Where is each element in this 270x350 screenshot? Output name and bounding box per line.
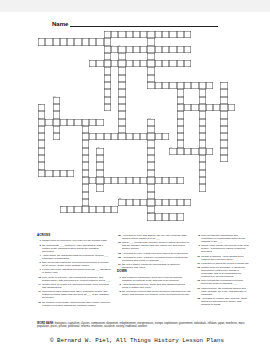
clue-item: 12another term for Socialism, in which t… [196,266,250,278]
grid-cell[interactable] [104,46,111,53]
grid-cell[interactable] [104,75,111,82]
grid-cell[interactable]: 22 [118,199,125,206]
grid-cell[interactable] [199,148,206,155]
grid-cell[interactable] [133,199,140,206]
cell-number: 20 [38,169,41,171]
cell-number: 7 [148,82,149,84]
clue-text: as time went on in this era, societies b… [42,283,111,289]
grid-cell[interactable] [82,192,89,199]
grid-cell[interactable] [104,97,111,104]
grid-cell[interactable]: 20 [38,170,45,177]
clue-text: entrepreneurs, the business owners and o… [201,287,250,296]
clue-item: 24the era in history known for rapid gro… [117,263,191,269]
grid-cell[interactable] [184,199,191,206]
clue-item: 18According to Laissez-faire ideology, t… [196,297,250,306]
grid-cell[interactable] [118,111,125,118]
grid-cell[interactable] [177,177,184,184]
grid-cell[interactable] [147,148,154,155]
cell-number: 21 [82,177,85,179]
clue-text: this in Europe significantly grew due to… [122,276,191,282]
worksheet-page: Name 12734568913101112142015241617211819… [0,0,270,350]
grid-cell[interactable] [140,60,147,67]
grid-cell[interactable] [53,119,60,126]
grid-cell[interactable] [162,60,169,67]
grid-cell[interactable] [38,126,45,133]
grid-cell[interactable] [111,206,118,213]
grid-cell[interactable] [74,119,81,126]
grid-cell[interactable] [199,89,206,96]
grid-cell[interactable] [199,184,206,191]
grid-cell[interactable] [199,162,206,169]
grid-cell[interactable] [74,206,81,213]
grid-cell[interactable] [147,192,154,199]
clue-item: 6time period advocating the government a… [37,261,111,267]
grid-cell[interactable] [191,104,198,111]
grid-cell[interactable] [169,213,176,220]
grid-cell[interactable] [140,46,147,53]
grid-cell[interactable] [67,38,74,45]
grid-cell[interactable] [184,148,191,155]
grid-cell[interactable] [191,148,198,155]
grid-cell[interactable] [67,170,74,177]
cell-number: 9 [199,82,200,84]
grid-cell[interactable] [104,82,111,89]
grid-cell[interactable] [184,60,191,67]
grid-cell[interactable] [155,199,162,206]
cell-number: 5 [119,45,120,47]
clue-text: as this Asian country developed in the 1… [201,244,250,253]
grid-cell[interactable] [147,133,154,140]
grid-cell[interactable] [96,184,103,191]
grid-cell[interactable] [118,67,125,74]
grid-cell[interactable] [169,177,176,184]
grid-cell[interactable] [104,206,111,213]
grid-cell[interactable] [118,97,125,104]
grid-cell[interactable] [118,119,125,126]
grid-cell[interactable] [162,177,169,184]
grid-cell[interactable]: 3 [38,38,45,45]
grid-cell[interactable] [82,38,89,45]
grid-cell[interactable] [53,38,60,45]
cell-number: 3 [38,38,39,40]
grid-cell[interactable] [206,82,213,89]
clue-item: 4Adam Smith, the Capitalist/classical ec… [37,254,111,260]
grid-cell[interactable] [96,162,103,169]
grid-cell[interactable] [220,119,227,126]
grid-cell[interactable] [177,60,184,67]
grid-cell[interactable] [126,199,133,206]
grid-cell[interactable] [96,38,103,45]
grid-cell[interactable]: 2 [147,31,154,38]
grid-cell[interactable] [147,140,154,147]
grid-cell[interactable] [199,155,206,162]
clue-header-across: ACROSS [37,234,111,238]
grid-cell[interactable] [133,60,140,67]
grid-cell[interactable] [220,104,227,111]
grid-cell[interactable] [82,140,89,147]
clue-item: 10Wealth of Nations, Adam Smith's book, … [196,255,250,261]
grid-cell[interactable] [147,199,154,206]
grid-cell[interactable] [140,199,147,206]
grid-cell[interactable] [89,177,96,184]
clue-text: time period advocating the government an… [42,261,111,267]
grid-cell[interactable] [199,170,206,177]
grid-cell[interactable] [155,213,162,220]
grid-cell[interactable] [162,31,169,38]
grid-cell[interactable] [177,126,184,133]
grid-cell[interactable] [89,206,96,213]
grid-cell[interactable] [67,119,74,126]
grid-cell[interactable] [220,126,227,133]
grid-cell[interactable] [111,31,118,38]
cell-number: 6 [89,60,90,62]
grid-cell[interactable] [199,119,206,126]
cell-number: 2 [148,31,149,33]
grid-cell[interactable]: 8 [177,82,184,89]
grid-cell[interactable] [147,155,154,162]
grid-cell[interactable] [111,60,118,67]
grid-cell[interactable] [177,199,184,206]
grid-cell[interactable] [118,177,125,184]
grid-cell[interactable] [118,75,125,82]
grid-cell[interactable] [53,126,60,133]
clue-text: Adam Smith would likely argue that this … [122,283,191,289]
grid-cell[interactable] [147,67,154,74]
grid-cell[interactable] [177,111,184,118]
page-top-margin [0,0,270,12]
grid-cell[interactable] [82,184,89,191]
clue-text: Wealth of Nations, Adam Smith's book, ou… [201,255,250,261]
grid-cell[interactable] [162,199,169,206]
clue-text: According to Marx, a worker revolution w… [122,256,191,262]
grid-cell[interactable] [89,119,96,126]
grid-cell[interactable] [38,133,45,140]
grid-cell[interactable]: 7 [147,82,154,89]
grid-cell[interactable] [126,177,133,184]
grid-cell[interactable] [104,177,111,184]
grid-cell[interactable] [133,31,140,38]
cell-number: 14 [38,118,41,120]
grid-cell[interactable] [45,38,52,45]
grid-cell[interactable] [133,46,140,53]
grid-cell[interactable] [155,60,162,67]
grid-cell[interactable] [147,53,154,60]
grid-cell[interactable] [147,46,154,53]
grid-cell[interactable] [82,199,89,206]
grid-cell[interactable] [184,82,191,89]
grid-cell[interactable] [155,46,162,53]
grid-cell[interactable]: 21 [82,177,89,184]
grid-cell[interactable]: 12 [38,104,45,111]
grid-cell[interactable] [177,89,184,96]
grid-cell[interactable] [177,46,184,53]
clue-column-1: ACROSS1another term developed by Karl Ma… [37,234,111,308]
grid-cell[interactable] [104,104,111,111]
clue-item: 17government laws limiting child labor, … [37,290,111,299]
word-bank: WORD BANK: bourgeois, capitalism, classe… [37,322,247,328]
grid-cell[interactable] [104,67,111,74]
clue-text: Social ___ followed the scientific ideas… [122,241,191,250]
clue-text: the founder of Socialism, which among ot… [42,301,111,307]
grid-cell[interactable] [147,170,154,177]
grid-cell[interactable] [38,140,45,147]
grid-cell[interactable] [133,177,140,184]
grid-cell[interactable] [118,126,125,133]
grid-cell[interactable] [111,177,118,184]
cell-number: 13 [177,104,180,106]
grid-cell[interactable] [213,104,220,111]
grid-cell[interactable] [53,104,60,111]
grid-cell[interactable] [169,31,176,38]
grid-cell[interactable] [118,104,125,111]
clue-item: 1this in Europe significantly grew due t… [117,276,191,282]
clue-text: According to Marx and Engels, the only w… [122,234,191,240]
grid-cell[interactable] [220,97,227,104]
clue-text: According to Marx, profits from work sho… [122,252,191,255]
grid-cell[interactable] [104,60,111,67]
grid-cell[interactable] [38,155,45,162]
grid-cell[interactable] [140,177,147,184]
clue-item: 8Marx felt that the innovations and expl… [196,234,250,243]
grid-cell[interactable] [140,31,147,38]
grid-cell[interactable] [147,184,154,191]
grid-cell[interactable]: 14 [38,119,45,126]
grid-cell[interactable] [67,206,74,213]
grid-cell[interactable] [82,206,89,213]
grid-cell[interactable] [199,111,206,118]
grid-cell[interactable]: 4 [111,46,118,53]
clue-item: 7a clear end of the Industrial Revolutio… [37,268,111,274]
cell-number: 18 [97,147,100,149]
grid-cell[interactable] [111,133,118,140]
grid-cell[interactable] [126,46,133,53]
grid-cell[interactable] [45,170,52,177]
grid-cell[interactable] [147,126,154,133]
cell-number: 23 [60,206,63,208]
grid-cell[interactable] [199,177,206,184]
grid-cell[interactable] [118,133,125,140]
clue-column-2: 20According to Marx and Engels, the only… [117,234,191,298]
clue-text: a situation in which the prices of goods… [201,262,250,265]
clue-item: 5the economic concept that prices should… [117,290,191,296]
grid-cell[interactable] [104,89,111,96]
grid-cell[interactable] [96,133,103,140]
grid-cell[interactable] [206,148,213,155]
grid-cell[interactable] [169,82,176,89]
clue-header-down: DOWN [117,270,191,274]
grid-cell[interactable] [199,97,206,104]
grid-cell[interactable]: 15 [147,119,154,126]
grid-cell[interactable] [96,155,103,162]
grid-cell[interactable] [147,177,154,184]
grid-cell[interactable] [184,31,191,38]
grid-cell[interactable] [220,111,227,118]
grid-cell[interactable] [169,199,176,206]
grid-cell[interactable]: 10 [220,82,227,89]
grid-cell[interactable] [96,177,103,184]
grid-cell[interactable] [147,38,154,45]
grid-cell[interactable] [82,148,89,155]
grid-cell[interactable] [162,213,169,220]
grid-cell[interactable] [118,60,125,67]
clue-item: 23According to Marx, a worker revolution… [117,256,191,262]
grid-cell[interactable] [118,89,125,96]
name-input-blank[interactable] [70,19,218,27]
grid-cell[interactable] [89,38,96,45]
cell-number: 22 [119,198,122,200]
grid-cell[interactable] [155,31,162,38]
grid-cell[interactable] [177,31,184,38]
grid-cell[interactable] [126,31,133,38]
grid-cell[interactable] [177,133,184,140]
clue-text: a clear end of the Industrial Revolution… [42,268,111,274]
grid-cell[interactable] [199,104,206,111]
cell-number: 19 [170,147,173,149]
grid-cell[interactable] [199,140,206,147]
cell-number: 10 [221,82,224,84]
crossword-grid: 127345689131011121420152416172118192223 [38,31,235,228]
grid-cell[interactable] [126,133,133,140]
grid-cell[interactable] [96,206,103,213]
grid-cell[interactable] [118,31,125,38]
clue-text: another term developed by Karl Marx for … [42,239,111,242]
copyright-footer: © Bernard W. Piel, All Things History Le… [50,337,224,344]
grid-cell[interactable] [177,119,184,126]
grid-cell[interactable] [53,111,60,118]
grid-cell[interactable] [155,177,162,184]
grid-cell[interactable] [74,38,81,45]
grid-cell[interactable] [184,46,191,53]
clue-text: According to Laissez-faire ideology, the… [201,297,250,306]
clue-item: 16entrepreneurs, the business owners and… [196,287,250,296]
grid-cell[interactable] [60,38,67,45]
word-bank-words: bourgeois, capitalism, classes, communis… [37,322,245,328]
grid-cell[interactable]: 11 [53,97,60,104]
grid-cell[interactable] [147,60,154,67]
cell-number: 24 [148,213,151,215]
grid-cell[interactable]: 23 [60,206,67,213]
grid-cell[interactable] [38,148,45,155]
grid-cell[interactable] [60,170,67,177]
clue-item: 19the founder of Socialism, which among … [37,301,111,307]
grid-cell[interactable]: 1 [104,31,111,38]
grid-cell[interactable] [220,140,227,147]
grid-cell[interactable] [96,119,103,126]
grid-cell[interactable] [220,89,227,96]
clue-item: 14as time went on in this era, societies… [37,283,111,289]
clue-item: 15Marx felt that the proletariat revolut… [196,279,250,285]
grid-cell[interactable] [228,104,235,111]
grid-cell[interactable]: 5 [118,46,125,53]
cell-number: 15 [148,118,151,120]
clue-text: government laws limiting child labor, re… [42,290,111,299]
cell-number: 1 [104,31,105,33]
clue-item: 22According to Marx, profits from work s… [117,252,191,255]
grid-cell[interactable] [177,140,184,147]
grid-cell[interactable] [82,155,89,162]
clue-text: another term for Socialism, in which the… [201,266,250,278]
cell-number: 4 [111,45,112,47]
grid-cell[interactable] [155,133,162,140]
cell-number: 12 [38,104,41,106]
grid-cell[interactable] [104,38,111,45]
grid-cell[interactable] [140,133,147,140]
grid-cell[interactable] [177,148,184,155]
grid-cell[interactable]: 18 [96,148,103,155]
cell-number: 11 [53,96,55,98]
clue-item: 21Social ___ followed the scientific ide… [117,241,191,250]
grid-cell[interactable] [155,82,162,89]
grid-cell[interactable] [162,46,169,53]
clue-column-3: 8Marx felt that the innovations and expl… [196,234,250,307]
cell-number: 8 [177,82,178,84]
grid-cell[interactable] [199,133,206,140]
grid-cell[interactable] [89,133,96,140]
grid-cell[interactable] [220,133,227,140]
grid-cell[interactable] [118,53,125,60]
clue-text: Adam Smith, the Capitalist/classical eco… [42,254,111,260]
clue-item: 3the Communist ___, written by Marx and … [37,244,111,253]
clue-item: 13Marx wrote in his book, The Communist … [37,276,111,282]
grid-cell[interactable] [220,148,227,155]
grid-cell[interactable] [199,126,206,133]
cell-number: 16 [82,125,85,127]
grid-cell[interactable] [162,82,169,89]
cell-number: 17 [82,133,85,135]
grid-cell[interactable]: 19 [169,148,176,155]
clue-text: Marx wrote in his book, The Communist Ma… [42,276,111,282]
grid-cell[interactable] [104,133,111,140]
clue-text: the era in history known for rapid growt… [122,263,191,269]
grid-cell[interactable] [118,82,125,89]
clue-item: 1another term developed by Karl Marx for… [37,239,111,242]
grid-cell[interactable] [162,133,169,140]
name-line: Name [52,19,218,27]
name-label: Name [52,21,68,27]
clue-item: 11a situation in which the prices of goo… [196,262,250,265]
clue-text: the Communist ___, written by Marx and E… [42,244,111,253]
grid-cell[interactable] [177,213,184,220]
grid-cell[interactable] [184,104,191,111]
grid-cell[interactable] [60,119,67,126]
grid-cell[interactable]: 13 [177,104,184,111]
clue-item: 20According to Marx and Engels, the only… [117,234,191,240]
grid-cell[interactable] [96,170,103,177]
grid-cell[interactable] [169,46,176,53]
grid-cell[interactable] [206,104,213,111]
clue-text: Marx felt that the proletariat revolutio… [201,279,250,285]
clue-item: 2Adam Smith would likely argue that this… [117,283,191,289]
grid-cell[interactable]: 24 [147,213,154,220]
clue-text: Marx felt that the innovations and explo… [201,234,250,243]
grid-cell[interactable] [82,162,89,169]
grid-cell[interactable] [126,60,133,67]
grid-cell[interactable] [133,133,140,140]
grid-cell[interactable] [53,133,60,140]
grid-cell[interactable]: 17 [82,133,89,140]
grid-cell[interactable] [191,82,198,89]
grid-cell[interactable]: 9 [199,82,206,89]
grid-cell[interactable] [104,53,111,60]
grid-cell[interactable] [53,170,60,177]
grid-cell[interactable]: 6 [89,60,96,67]
clue-text: the economic concept that prices should … [122,290,191,296]
grid-cell[interactable] [45,119,52,126]
grid-cell[interactable] [147,162,154,169]
grid-cell[interactable] [96,60,103,67]
grid-cell[interactable] [169,60,176,67]
grid-cell[interactable] [220,155,227,162]
